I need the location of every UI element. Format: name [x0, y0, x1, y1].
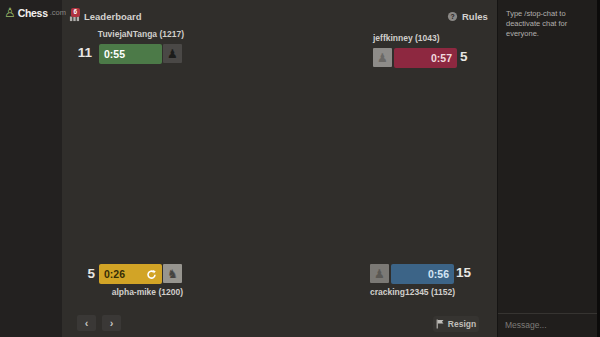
chat-notice: Type /stop-chat to deactivate chat for e… [506, 9, 598, 39]
rules-button[interactable]: ? Rules [446, 10, 488, 22]
player-right-clock: 0:57 [394, 48, 457, 68]
brand-name: Chess [18, 7, 48, 19]
player-right-name[interactable]: jeffkinney (1043) [373, 33, 440, 43]
logo-badge: 6 [71, 8, 80, 17]
clock-running-icon [145, 268, 157, 280]
player-top-score: 11 [70, 45, 92, 60]
resign-button[interactable]: Resign [433, 316, 479, 332]
player-bottom-score: 15 [456, 265, 471, 280]
flag-icon [436, 318, 445, 330]
player-top-name[interactable]: TuviejaNTanga (1217) [70, 29, 184, 39]
game-area: Leaderboard ? Rules TuviejaNTanga (1217)… [62, 0, 497, 337]
resign-label: Resign [448, 319, 476, 329]
prev-move-button[interactable]: ‹ [77, 315, 96, 331]
message-input[interactable]: Message... [498, 313, 600, 337]
player-bottom-name[interactable]: cracking12345 (1152) [370, 287, 455, 297]
svg-text:?: ? [450, 12, 454, 19]
player-bottom-clock: 0:56 [391, 264, 454, 284]
pawn-icon: ♙ [4, 6, 16, 19]
player-left-name[interactable]: alpha-mike (1200) [69, 287, 183, 297]
player-left-score: 5 [72, 266, 95, 281]
player-top-clock: 0:55 [99, 44, 162, 64]
question-circle-icon: ? [446, 10, 458, 22]
player-right-score: 5 [460, 49, 468, 64]
brand-tld: .com [50, 8, 66, 17]
player-top-avatar[interactable]: ♟ [163, 44, 182, 63]
rules-label: Rules [462, 11, 488, 22]
chesscom-logo[interactable]: ♙ Chess .com 6 [0, 0, 62, 19]
sidebar: ♙ Chess .com 6 [0, 0, 62, 337]
player-right-avatar[interactable]: ♟ [373, 48, 392, 67]
app-window: ♙ Chess .com 6 Leaderboard ? Rules Tuvie… [0, 0, 600, 337]
next-move-button[interactable]: › [102, 315, 121, 331]
player-left-clock: 0:26 [99, 264, 162, 284]
player-bottom-avatar[interactable]: ♟ [370, 264, 389, 283]
player-left-avatar[interactable]: ♞ [163, 264, 182, 283]
chat-panel: Type /stop-chat to deactivate chat for e… [497, 0, 600, 337]
